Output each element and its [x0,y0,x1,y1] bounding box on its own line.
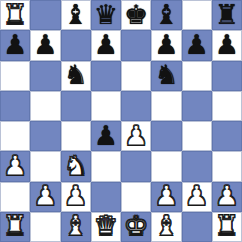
white-pawn[interactable]: ♟ [124,122,148,149]
square-h2[interactable]: ♟ [212,182,242,212]
white-knight[interactable]: ♞ [64,152,88,179]
square-e5[interactable] [121,91,151,121]
square-h8[interactable]: ♜ [212,0,242,30]
square-f6[interactable]: ♞ [151,61,181,91]
black-bishop[interactable]: ♝ [154,1,178,28]
square-g7[interactable]: ♟ [182,30,212,60]
chess-board: ♜♝♛♚♝♜♟♟♟♟♟♟♞♞♟♟♟♞♟♟♟♟♟♜♝♛♚♝♜ [0,0,242,242]
white-bishop[interactable]: ♝ [64,212,88,239]
square-g3[interactable] [182,151,212,181]
black-rook[interactable]: ♜ [215,1,239,28]
square-e1[interactable]: ♚ [121,212,151,242]
square-b2[interactable]: ♟ [30,182,60,212]
square-h1[interactable]: ♜ [212,212,242,242]
square-c6[interactable]: ♞ [61,61,91,91]
white-rook[interactable]: ♜ [3,212,27,239]
square-g1[interactable] [182,212,212,242]
square-d1[interactable]: ♛ [91,212,121,242]
square-g2[interactable]: ♟ [182,182,212,212]
square-f1[interactable]: ♝ [151,212,181,242]
black-pawn[interactable]: ♟ [215,31,239,58]
square-g4[interactable] [182,121,212,151]
square-g8[interactable] [182,0,212,30]
square-d5[interactable] [91,91,121,121]
square-h3[interactable] [212,151,242,181]
square-d3[interactable] [91,151,121,181]
square-f3[interactable] [151,151,181,181]
black-queen[interactable]: ♛ [94,1,118,28]
square-b3[interactable] [30,151,60,181]
black-pawn[interactable]: ♟ [94,31,118,58]
square-c1[interactable]: ♝ [61,212,91,242]
black-bishop[interactable]: ♝ [64,1,88,28]
square-c2[interactable]: ♟ [61,182,91,212]
square-h4[interactable] [212,121,242,151]
square-g6[interactable] [182,61,212,91]
square-c3[interactable]: ♞ [61,151,91,181]
black-pawn[interactable]: ♟ [94,122,118,149]
square-a1[interactable]: ♜ [0,212,30,242]
square-f5[interactable] [151,91,181,121]
square-a5[interactable] [0,91,30,121]
white-bishop[interactable]: ♝ [154,212,178,239]
white-queen[interactable]: ♛ [94,212,118,239]
square-d7[interactable]: ♟ [91,30,121,60]
square-b6[interactable] [30,61,60,91]
white-pawn[interactable]: ♟ [64,182,88,209]
square-e2[interactable] [121,182,151,212]
black-knight[interactable]: ♞ [154,61,178,88]
white-pawn[interactable]: ♟ [215,182,239,209]
square-b4[interactable] [30,121,60,151]
square-a8[interactable]: ♜ [0,0,30,30]
square-a4[interactable] [0,121,30,151]
square-e8[interactable]: ♚ [121,0,151,30]
white-king[interactable]: ♚ [124,212,148,239]
square-b1[interactable] [30,212,60,242]
square-b7[interactable]: ♟ [30,30,60,60]
square-a6[interactable] [0,61,30,91]
square-d4[interactable]: ♟ [91,121,121,151]
square-d6[interactable] [91,61,121,91]
square-f8[interactable]: ♝ [151,0,181,30]
white-pawn[interactable]: ♟ [185,182,209,209]
black-pawn[interactable]: ♟ [3,31,27,58]
square-e3[interactable] [121,151,151,181]
square-c8[interactable]: ♝ [61,0,91,30]
black-pawn[interactable]: ♟ [185,31,209,58]
white-pawn[interactable]: ♟ [154,182,178,209]
square-h6[interactable] [212,61,242,91]
square-e7[interactable] [121,30,151,60]
square-c4[interactable] [61,121,91,151]
white-rook[interactable]: ♜ [3,1,27,28]
square-c5[interactable] [61,91,91,121]
square-e6[interactable] [121,61,151,91]
square-h7[interactable]: ♟ [212,30,242,60]
black-king[interactable]: ♚ [124,1,148,28]
square-f7[interactable]: ♟ [151,30,181,60]
square-b5[interactable] [30,91,60,121]
square-d8[interactable]: ♛ [91,0,121,30]
square-h5[interactable] [212,91,242,121]
black-pawn[interactable]: ♟ [33,31,57,58]
square-a7[interactable]: ♟ [0,30,30,60]
square-a2[interactable] [0,182,30,212]
black-pawn[interactable]: ♟ [154,31,178,58]
white-rook[interactable]: ♜ [215,212,239,239]
black-knight[interactable]: ♞ [64,61,88,88]
square-g5[interactable] [182,91,212,121]
square-c7[interactable] [61,30,91,60]
square-b8[interactable] [30,0,60,30]
white-pawn[interactable]: ♟ [33,182,57,209]
square-a3[interactable]: ♟ [0,151,30,181]
square-f4[interactable] [151,121,181,151]
square-f2[interactable]: ♟ [151,182,181,212]
square-d2[interactable] [91,182,121,212]
white-pawn[interactable]: ♟ [3,152,27,179]
square-e4[interactable]: ♟ [121,121,151,151]
